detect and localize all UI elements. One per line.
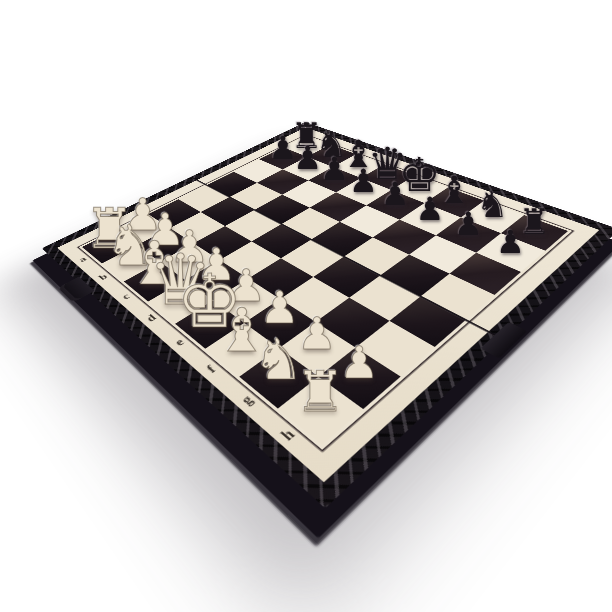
board-grid	[82, 136, 568, 445]
chess-board: abcdefgh	[42, 122, 612, 508]
chess-set-photo: abcdefgh ♜♞♝♛♚♝♞♜♟♟♟♟♟♟♟♟♟♟♟♟♟♟♟♟♜♞♝♛♚♝♞…	[0, 0, 612, 612]
